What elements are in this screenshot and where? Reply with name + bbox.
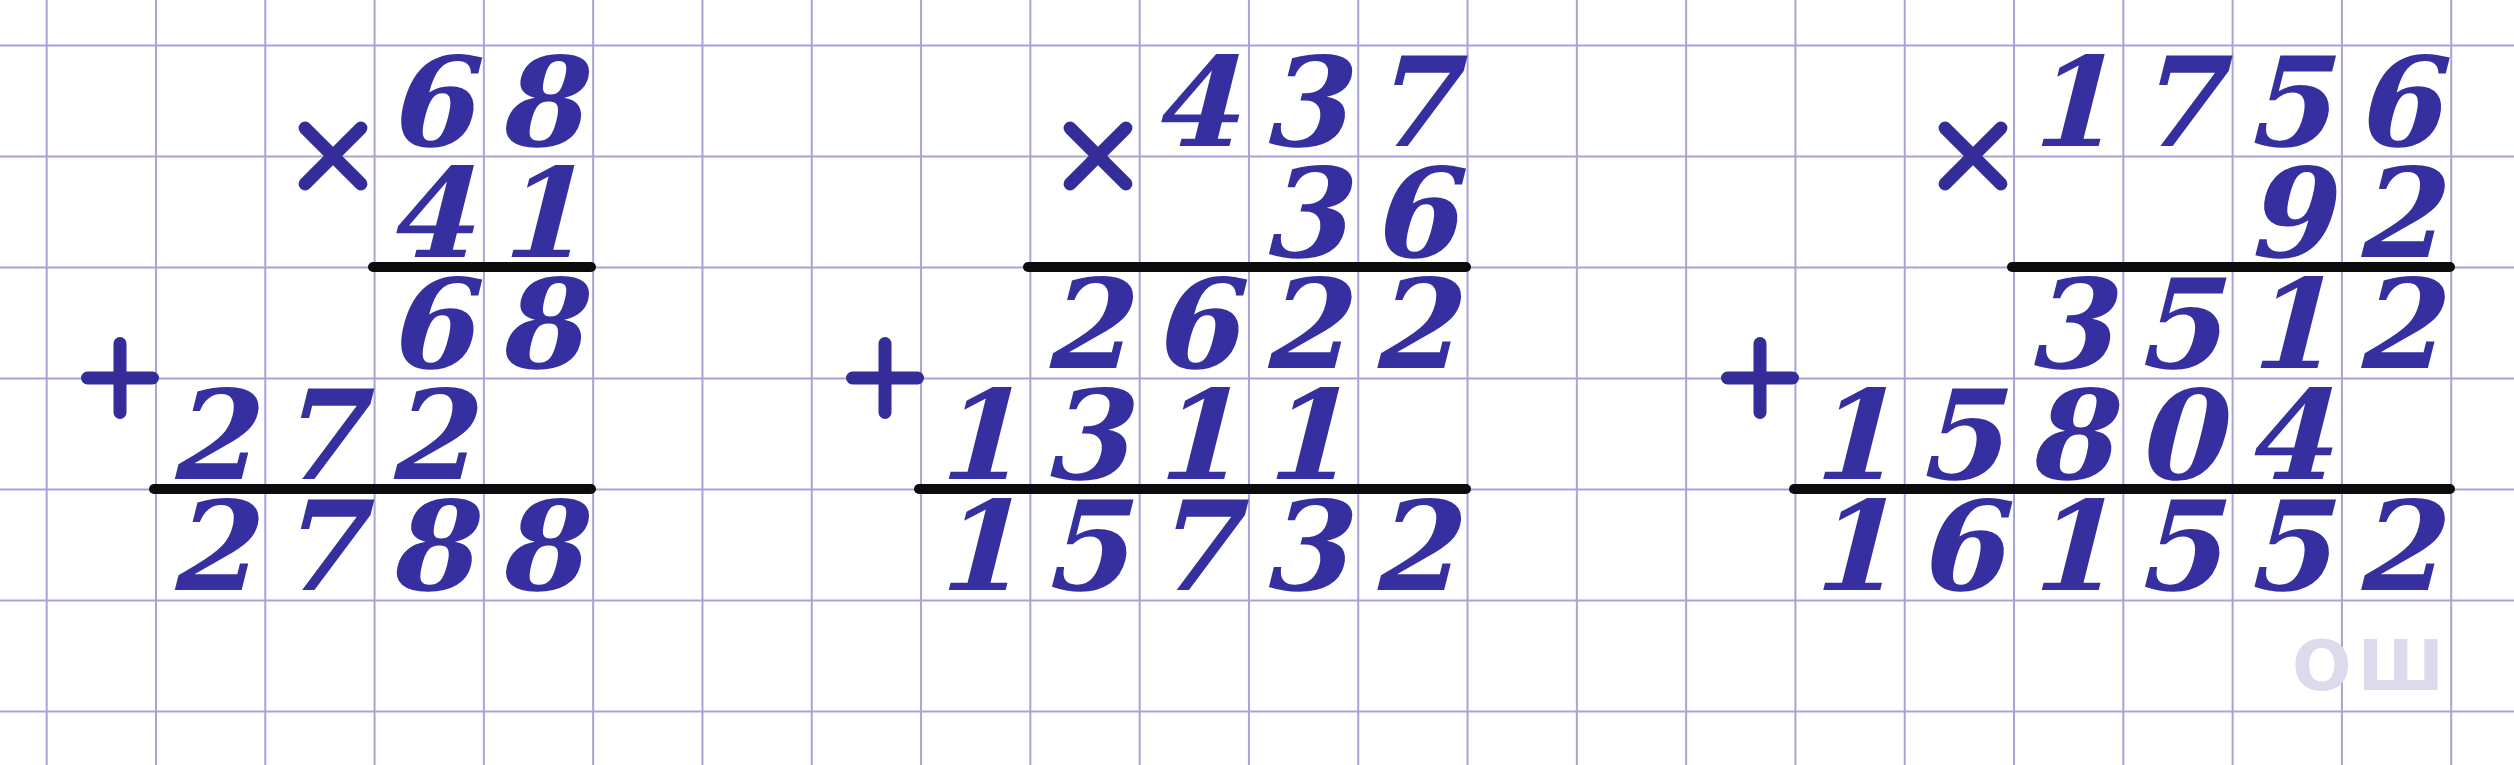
- digit-cell: 1: [1795, 378, 1904, 489]
- times-icon: [1933, 116, 2013, 196]
- digit-cell: 6: [2341, 45, 2450, 156]
- digit-cell: 5: [2123, 267, 2232, 378]
- digit-cell: 7: [2123, 45, 2232, 156]
- digit-cell: 2: [2341, 156, 2450, 267]
- digit-cell: 4: [2232, 378, 2341, 489]
- digit-cell: 9: [2232, 156, 2341, 267]
- problem-3: 175692351215804161552: [0, 0, 2514, 765]
- digit-cell: 5: [2232, 489, 2341, 600]
- product-line: [2007, 262, 2454, 272]
- digit-cell: 2: [2341, 489, 2450, 600]
- digit-cell: 6: [1904, 489, 2013, 600]
- digit-cell: 3: [2013, 267, 2122, 378]
- digit-cell: 1: [1795, 489, 1904, 600]
- digit-cell: 2: [2341, 267, 2450, 378]
- digit-cell: 5: [2123, 489, 2232, 600]
- digit-cell: 1: [2232, 267, 2341, 378]
- watermark: ОШ: [2292, 625, 2450, 707]
- digit-cell: 0: [2123, 378, 2232, 489]
- digit-cell: 5: [1904, 378, 2013, 489]
- plus-icon: [1720, 338, 1800, 418]
- digit-cell: 8: [2013, 378, 2122, 489]
- digit-cell: 5: [2232, 45, 2341, 156]
- digit-cell: 1: [2013, 489, 2122, 600]
- sum-line: [1789, 484, 2455, 494]
- worksheet: 6841682722788 437362622131115732 1756923…: [0, 0, 2514, 765]
- digit-cell: 1: [2013, 45, 2122, 156]
